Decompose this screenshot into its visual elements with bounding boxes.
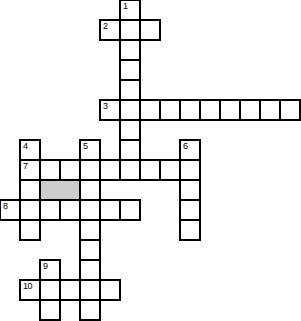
crossword-cell[interactable] <box>199 99 221 121</box>
crossword-cell[interactable] <box>119 199 141 221</box>
crossword-cell[interactable] <box>99 159 121 181</box>
crossword-cell[interactable] <box>119 99 141 121</box>
crossword-cell[interactable] <box>279 99 301 121</box>
crossword-cell[interactable] <box>179 199 201 221</box>
crossword-cell[interactable] <box>79 179 101 201</box>
crossword-cell[interactable] <box>19 219 41 241</box>
crossword-cell[interactable] <box>139 159 161 181</box>
crossword-cell[interactable]: 5 <box>79 139 101 161</box>
crossword-cell[interactable] <box>179 99 201 121</box>
crossword-cell[interactable] <box>39 279 61 301</box>
crossword-cell[interactable]: 8 <box>0 199 21 221</box>
crossword-cell[interactable] <box>79 239 101 261</box>
crossword-cell[interactable] <box>119 39 141 61</box>
crossword-cell[interactable] <box>79 299 101 321</box>
crossword-cell[interactable] <box>179 159 201 181</box>
clue-number: 5 <box>83 141 88 151</box>
crossword-cell[interactable] <box>219 99 241 121</box>
crossword-cell[interactable] <box>259 99 281 121</box>
clue-number: 9 <box>43 261 48 271</box>
crossword-cell[interactable] <box>99 279 121 301</box>
crossword-cell[interactable] <box>119 119 141 141</box>
crossword-cell[interactable] <box>139 99 161 121</box>
crossword-cell[interactable] <box>179 179 201 201</box>
clue-number: 2 <box>103 21 108 31</box>
crossword-cell[interactable] <box>99 199 121 221</box>
crossword-cell[interactable] <box>59 159 81 181</box>
crossword-cell[interactable] <box>19 199 41 221</box>
crossword-cell[interactable]: 1 <box>119 0 141 21</box>
crossword-board: 12345678910 <box>0 0 300 320</box>
crossword-cell[interactable] <box>79 159 101 181</box>
crossword-cell[interactable]: 7 <box>19 159 41 181</box>
clue-number: 7 <box>23 161 28 171</box>
crossword-cell[interactable] <box>159 159 181 181</box>
clue-number: 3 <box>103 101 108 111</box>
blocked-cell <box>39 179 81 201</box>
crossword-cell[interactable] <box>119 19 141 41</box>
crossword-cell[interactable]: 6 <box>179 139 201 161</box>
crossword-cell[interactable] <box>79 199 101 221</box>
crossword-cell[interactable] <box>79 259 101 281</box>
crossword-cell[interactable] <box>119 79 141 101</box>
clue-number: 6 <box>183 141 188 151</box>
crossword-cell[interactable] <box>79 219 101 241</box>
clue-number: 10 <box>23 281 32 291</box>
crossword-cell[interactable] <box>159 99 181 121</box>
clue-number: 8 <box>3 201 8 211</box>
crossword-page: 12345678910 <box>0 0 301 321</box>
crossword-cell[interactable] <box>119 139 141 161</box>
crossword-cell[interactable] <box>239 99 261 121</box>
crossword-cell[interactable] <box>39 299 61 321</box>
crossword-cell[interactable] <box>119 59 141 81</box>
crossword-cell[interactable]: 2 <box>99 19 121 41</box>
crossword-cell[interactable] <box>59 199 81 221</box>
crossword-cell[interactable]: 4 <box>19 139 41 161</box>
crossword-cell[interactable] <box>39 199 61 221</box>
crossword-cell[interactable] <box>39 159 61 181</box>
crossword-cell[interactable]: 10 <box>19 279 41 301</box>
crossword-cell[interactable] <box>179 219 201 241</box>
crossword-cell[interactable] <box>59 279 81 301</box>
crossword-cell[interactable]: 3 <box>99 99 121 121</box>
crossword-cell[interactable] <box>79 279 101 301</box>
crossword-cell[interactable]: 9 <box>39 259 61 281</box>
crossword-cell[interactable] <box>119 159 141 181</box>
clue-number: 1 <box>123 1 128 11</box>
crossword-cell[interactable] <box>139 19 161 41</box>
clue-number: 4 <box>23 141 28 151</box>
crossword-cell[interactable] <box>19 179 41 201</box>
